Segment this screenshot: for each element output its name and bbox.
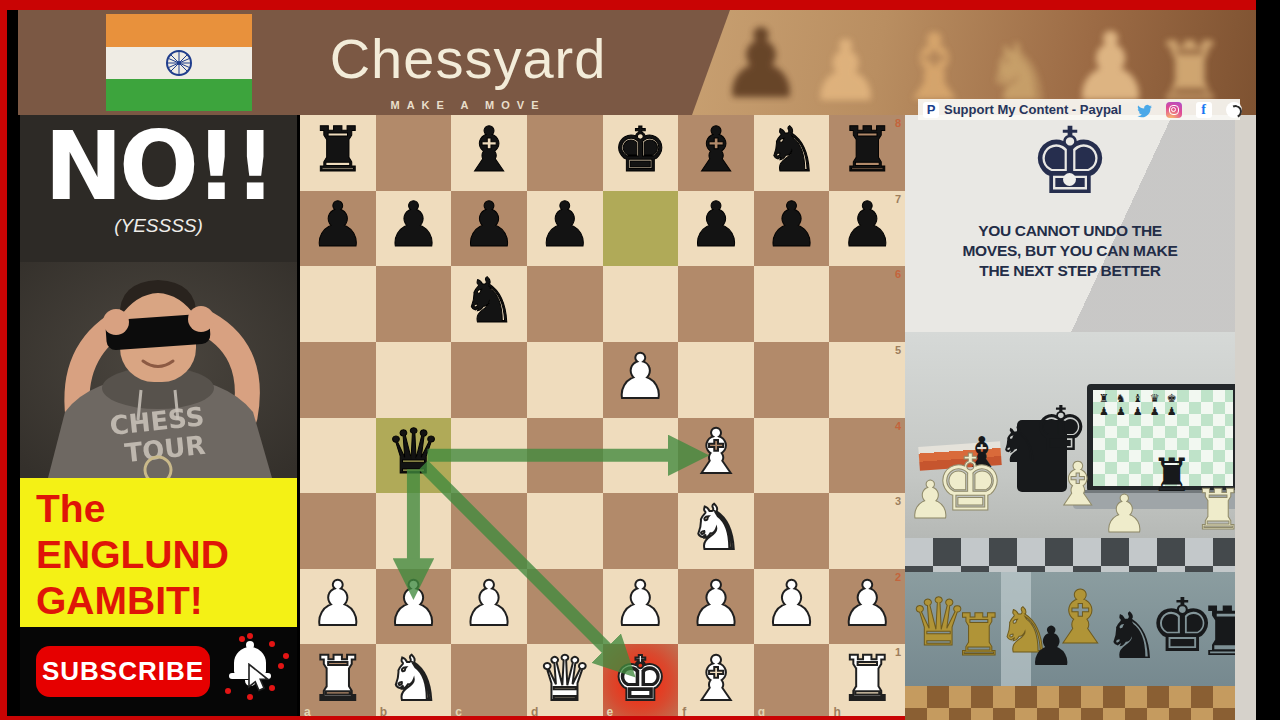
square-h2[interactable]: 2♟ [829, 569, 905, 645]
square-d8[interactable] [527, 115, 603, 191]
square-g7[interactable]: ♟ [754, 191, 830, 267]
square-b8[interactable] [376, 115, 452, 191]
rank-label-1: 1 [895, 646, 901, 658]
square-b2[interactable]: ♟ [376, 569, 452, 645]
laptop-board-pieces: ♜ ♞ ♝ ♛ ♚♟ ♟ ♟ ♟ ♟ [1099, 392, 1179, 418]
square-d5[interactable] [527, 342, 603, 418]
headline-text: NO!! [20, 115, 297, 219]
piece-wr-h1[interactable]: ♜ [839, 648, 895, 710]
square-c3[interactable] [451, 493, 527, 569]
paypal-icon[interactable]: P [923, 102, 939, 118]
square-b6[interactable] [376, 266, 452, 342]
piece-bp-b7[interactable]: ♟ [386, 194, 442, 256]
subscribe-label: SUBSCRIBE [42, 656, 204, 687]
square-c7[interactable]: ♟ [451, 191, 527, 267]
square-a7[interactable]: ♟ [300, 191, 376, 267]
top-red-strip [0, 0, 1256, 10]
square-a1[interactable]: a♜ [300, 644, 376, 720]
blindfolded-man-photo: CHESS TOUR [20, 262, 297, 478]
square-b3[interactable] [376, 493, 452, 569]
square-e4[interactable] [603, 418, 679, 494]
subscribe-button[interactable]: SUBSCRIBE [36, 646, 210, 697]
square-f3[interactable]: ♞ [678, 493, 754, 569]
piece-bb-c8[interactable]: ♝ [461, 119, 517, 181]
square-h5[interactable]: 5 [829, 342, 905, 418]
quote-line-3: THE NEXT STEP BETTER [905, 261, 1235, 281]
square-g1[interactable]: g [754, 644, 830, 720]
support-bar: P Support My Content - Paypal f [918, 99, 1240, 120]
channel-title: Chessyard [258, 26, 678, 91]
rank-label-7: 7 [895, 193, 901, 205]
piece-wp-g2[interactable]: ♟ [764, 573, 820, 635]
rank-label-4: 4 [895, 420, 901, 432]
subscribe-panel: SUBSCRIBE [20, 627, 297, 716]
piece-wk-e1[interactable]: ♚ [613, 648, 669, 710]
ornate-chess-set-photo: ♛ ♜ ♞ ♝ ♟ ♞ ♚ ♜ [905, 572, 1235, 720]
black-rook-photo: ♜ [1151, 452, 1192, 498]
square-a2[interactable]: ♟ [300, 569, 376, 645]
square-c1[interactable]: c [451, 644, 527, 720]
white-pawn-photo: ♟ [907, 474, 954, 526]
square-a8[interactable]: ♜ [300, 115, 376, 191]
square-b1[interactable]: b♞ [376, 644, 452, 720]
piece-bp-h7[interactable]: ♟ [839, 194, 895, 256]
square-e5[interactable]: ♟ [603, 342, 679, 418]
piece-bp-c7[interactable]: ♟ [461, 194, 517, 256]
rank-label-3: 3 [895, 495, 901, 507]
piece-bp-f7[interactable]: ♟ [688, 194, 744, 256]
chess-board[interactable]: ♜♝♚♝♞8♜♟♟♟♟♟♟7♟♞6♟5♛♝4♞3♟♟♟♟♟♟2♟a♜b♞cd♛e… [300, 115, 905, 720]
quote-poster: ♚ YOU CANNOT UNDO THE MOVES, BUT YOU CAN… [905, 115, 1235, 332]
white-bishop-photo: ♝ [1051, 454, 1105, 514]
piece-wq-d1[interactable]: ♛ [537, 648, 593, 710]
rank-label-6: 6 [895, 268, 901, 280]
bottom-red-strip [0, 716, 905, 720]
king-silhouette-icon: ♚ [905, 115, 1235, 217]
square-g2[interactable]: ♟ [754, 569, 830, 645]
square-a5[interactable] [300, 342, 376, 418]
chess-set-laptop-photo: ♜ ♞ ♝ ♛ ♚♟ ♟ ♟ ♟ ♟ ♝ ♞ ♚ ♜ ♚ ♟ ♝ ♟ ♜ [905, 332, 1235, 572]
piece-wp-e2[interactable]: ♟ [613, 573, 669, 635]
piece-wb-f1[interactable]: ♝ [688, 648, 744, 710]
square-e7[interactable] [603, 191, 679, 267]
square-f5[interactable] [678, 342, 754, 418]
blurred-pawn: ♟ [718, 10, 804, 115]
square-b4[interactable]: ♛ [376, 418, 452, 494]
square-d6[interactable] [527, 266, 603, 342]
piece-wp-a2[interactable]: ♟ [310, 573, 366, 635]
square-d4[interactable] [527, 418, 603, 494]
square-a6[interactable] [300, 266, 376, 342]
quote-line-2: MOVES, BUT YOU CAN MAKE [905, 241, 1235, 261]
piece-br-a8[interactable]: ♜ [310, 119, 366, 181]
square-e2[interactable]: ♟ [603, 569, 679, 645]
piece-wp-f2[interactable]: ♟ [688, 573, 744, 635]
square-d3[interactable] [527, 493, 603, 569]
poster-dot [1063, 173, 1076, 186]
black-rook-photo: ♜ [1197, 598, 1235, 666]
black-pawn-photo: ♟ [1027, 620, 1075, 674]
rank-label-2: 2 [895, 571, 901, 583]
rank-label-8: 8 [895, 117, 901, 129]
title-line-2: ENGLUND [36, 532, 297, 578]
square-c5[interactable] [451, 342, 527, 418]
piece-br-h8[interactable]: ♜ [839, 119, 895, 181]
piece-bn-g8[interactable]: ♞ [764, 119, 820, 181]
support-text: Support My Content - Paypal [944, 102, 1122, 117]
cursor-icon [246, 663, 272, 693]
square-d1[interactable]: d♛ [527, 644, 603, 720]
white-rook-photo: ♜ [1193, 482, 1235, 538]
square-a4[interactable] [300, 418, 376, 494]
square-f7[interactable]: ♟ [678, 191, 754, 267]
india-flag-icon [106, 14, 252, 111]
square-e1[interactable]: e♚ [603, 644, 679, 720]
square-a3[interactable] [300, 493, 376, 569]
facebook-icon[interactable]: f [1196, 102, 1212, 118]
square-h1[interactable]: 1h♜ [829, 644, 905, 720]
square-e3[interactable] [603, 493, 679, 569]
square-c6[interactable]: ♞ [451, 266, 527, 342]
title-line-3: GAMBIT! [36, 578, 297, 624]
square-g3[interactable] [754, 493, 830, 569]
square-f4[interactable]: ♝ [678, 418, 754, 494]
piece-wp-b2[interactable]: ♟ [386, 573, 442, 635]
piece-bp-a7[interactable]: ♟ [310, 194, 366, 256]
square-g5[interactable] [754, 342, 830, 418]
square-h6[interactable]: 6 [829, 266, 905, 342]
piece-wp-e5[interactable]: ♟ [613, 346, 669, 408]
quote-text: YOU CANNOT UNDO THE MOVES, BUT YOU CAN M… [905, 221, 1235, 281]
quote-line-1: YOU CANNOT UNDO THE [905, 221, 1235, 241]
square-c8[interactable]: ♝ [451, 115, 527, 191]
no-headline-panel: NO!! (YESSSS) [20, 115, 297, 262]
piece-bp-d7[interactable]: ♟ [537, 194, 593, 256]
piece-wb-f4[interactable]: ♝ [688, 421, 744, 483]
blurred-pawn: ♟ [808, 22, 883, 115]
square-h4[interactable]: 4 [829, 418, 905, 494]
blindfolded-man-illustration: CHESS TOUR [20, 262, 297, 478]
instagram-icon[interactable] [1166, 102, 1182, 118]
square-h8[interactable]: 8♜ [829, 115, 905, 191]
twitter-icon[interactable] [1136, 102, 1152, 118]
round-logo-icon[interactable] [1226, 102, 1242, 118]
white-pawn-photo: ♟ [1101, 488, 1148, 540]
video-title-panel: The ENGLUND GAMBIT! [20, 478, 297, 627]
square-f2[interactable]: ♟ [678, 569, 754, 645]
piece-bq-b4[interactable]: ♛ [386, 421, 442, 483]
piece-wn-b1[interactable]: ♞ [386, 648, 442, 710]
piece-bp-g7[interactable]: ♟ [764, 194, 820, 256]
square-c2[interactable]: ♟ [451, 569, 527, 645]
square-c4[interactable] [451, 418, 527, 494]
piece-bn-c6[interactable]: ♞ [461, 270, 517, 332]
title-line-1: The [36, 486, 297, 532]
piece-wp-h2[interactable]: ♟ [839, 573, 895, 635]
piece-wp-c2[interactable]: ♟ [461, 573, 517, 635]
square-f6[interactable] [678, 266, 754, 342]
piece-wn-f3[interactable]: ♞ [688, 497, 744, 559]
square-g8[interactable]: ♞ [754, 115, 830, 191]
square-g6[interactable] [754, 266, 830, 342]
square-f8[interactable]: ♝ [678, 115, 754, 191]
square-e8[interactable]: ♚ [603, 115, 679, 191]
thumbnail-stage: Chessyard MAKE A MOVE ♟ ♟ ♝ ♞ ♟ ♜ P Supp… [0, 0, 1280, 720]
square-d2[interactable] [527, 569, 603, 645]
piece-wr-a1[interactable]: ♜ [310, 648, 366, 710]
photo-edge-strip [1235, 115, 1256, 720]
board-edge [905, 538, 1235, 572]
left-red-strip [0, 0, 7, 720]
square-e6[interactable] [603, 266, 679, 342]
square-f1[interactable]: f♝ [678, 644, 754, 720]
channel-tagline: MAKE A MOVE [258, 99, 678, 111]
square-h3[interactable]: 3 [829, 493, 905, 569]
piece-bb-f8[interactable]: ♝ [688, 119, 744, 181]
rank-label-5: 5 [895, 344, 901, 356]
square-b7[interactable]: ♟ [376, 191, 452, 267]
square-g4[interactable] [754, 418, 830, 494]
channel-title-block: Chessyard MAKE A MOVE [258, 26, 678, 111]
square-d7[interactable]: ♟ [527, 191, 603, 267]
square-b5[interactable] [376, 342, 452, 418]
square-h7[interactable]: 7♟ [829, 191, 905, 267]
wooden-board-edge [905, 686, 1235, 720]
piece-bk-e8[interactable]: ♚ [613, 119, 669, 181]
